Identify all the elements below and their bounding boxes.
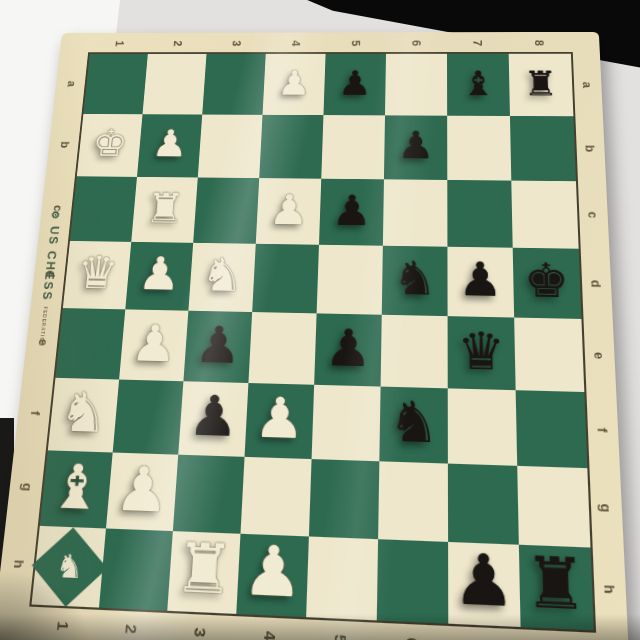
square-a2 — [143, 54, 207, 115]
square-f4: ♟ — [245, 383, 315, 459]
square-e3: ♟ — [183, 311, 252, 383]
white-pawn: ♟ — [129, 318, 179, 369]
square-f1: ♞ — [48, 378, 119, 453]
square-a6 — [385, 54, 447, 116]
white-queen: ♛ — [74, 250, 120, 296]
square-a3 — [202, 54, 266, 115]
square-g2: ♟ — [106, 453, 178, 532]
black-pawn: ♟ — [397, 127, 434, 165]
photo-corner-shadow — [0, 570, 90, 640]
square-c1 — [70, 176, 137, 242]
black-pawn: ♟ — [187, 388, 240, 445]
white-pawn: ♟ — [151, 126, 190, 163]
square-e1 — [55, 308, 125, 379]
square-c6 — [383, 179, 448, 246]
square-g5 — [309, 459, 379, 539]
square-d7: ♟ — [447, 247, 514, 318]
square-e6 — [381, 315, 448, 389]
white-rook: ♜ — [172, 534, 236, 605]
black-pawn: ♟ — [458, 256, 503, 303]
square-a7: ♝ — [447, 54, 510, 116]
square-h3: ♜ — [167, 531, 240, 614]
square-b8 — [510, 116, 576, 181]
square-g8 — [517, 466, 590, 548]
square-h4: ♟ — [236, 534, 309, 617]
square-b3 — [198, 115, 263, 179]
square-e2: ♟ — [119, 309, 188, 381]
square-f8 — [516, 390, 588, 468]
black-knight: ♞ — [388, 394, 440, 452]
white-pawn: ♟ — [268, 189, 310, 231]
white-king: ♚ — [90, 125, 129, 162]
square-c5: ♟ — [319, 179, 384, 246]
white-pawn: ♟ — [253, 390, 306, 447]
black-pawn: ♟ — [331, 189, 372, 231]
white-pawn: ♟ — [277, 66, 312, 100]
square-d4 — [252, 244, 319, 314]
square-c2: ♜ — [131, 177, 198, 243]
square-f3: ♟ — [178, 381, 248, 457]
black-king: ♚ — [524, 257, 570, 305]
square-b5 — [321, 115, 385, 179]
square-d2: ♟ — [125, 242, 193, 311]
square-e7: ♛ — [448, 316, 516, 390]
white-pawn: ♟ — [113, 457, 172, 520]
rank-labels-top: 12345678 — [90, 32, 571, 54]
black-rook: ♜ — [524, 548, 589, 622]
uschess-gear-icon: ⚙ — [50, 209, 62, 221]
square-g7 — [448, 464, 519, 545]
square-c7 — [447, 180, 512, 248]
square-b4 — [259, 115, 323, 179]
photo-scene: 12345678 12345678 abcdefgh abcdefgh ⚙ US… — [0, 0, 640, 640]
square-e4 — [248, 312, 316, 385]
white-bishop: ♝ — [47, 455, 106, 518]
black-pawn: ♟ — [193, 319, 242, 370]
white-knight: ♞ — [200, 252, 245, 298]
square-d8: ♚ — [513, 248, 582, 319]
square-c8 — [511, 181, 578, 249]
black-queen: ♛ — [457, 325, 506, 378]
square-c3 — [193, 177, 259, 243]
square-d3: ♞ — [188, 243, 255, 312]
square-g4 — [240, 457, 311, 537]
square-g3 — [173, 455, 245, 534]
square-d5 — [317, 245, 383, 315]
square-a4: ♟ — [263, 54, 326, 115]
black-rook: ♜ — [523, 66, 559, 100]
photo-bottom-shadow — [0, 614, 640, 640]
square-a8: ♜ — [509, 54, 574, 117]
square-b1: ♚ — [77, 114, 143, 177]
white-pawn: ♟ — [137, 251, 183, 297]
white-rook: ♜ — [144, 187, 186, 229]
square-a5: ♟ — [323, 54, 386, 116]
white-knight: ♞ — [57, 385, 111, 441]
uschess-wordmark-sub: FEDERATION — [39, 306, 49, 346]
white-pawn: ♟ — [241, 537, 304, 609]
square-f6: ♞ — [379, 387, 448, 464]
black-knight: ♞ — [393, 255, 437, 302]
square-e5: ♟ — [314, 313, 382, 386]
square-d6: ♞ — [382, 246, 448, 316]
square-b2: ♟ — [137, 114, 202, 177]
square-e8 — [514, 318, 584, 392]
square-b7 — [447, 116, 511, 181]
square-f7 — [448, 388, 517, 465]
black-pawn: ♟ — [338, 66, 372, 100]
black-pawn: ♟ — [453, 545, 516, 618]
square-c4: ♟ — [256, 178, 322, 245]
square-d1: ♛ — [63, 241, 131, 309]
square-b6: ♟ — [384, 115, 447, 180]
square-h5 — [306, 536, 378, 620]
chess-board: 12345678 12345678 abcdefgh abcdefgh ⚙ US… — [0, 32, 630, 640]
square-h6 — [377, 539, 448, 624]
square-g1: ♝ — [40, 450, 113, 528]
black-bishop: ♝ — [461, 66, 496, 100]
square-a1 — [83, 54, 147, 114]
square-h2 — [99, 528, 173, 610]
square-g6 — [378, 461, 448, 542]
square-f2 — [113, 380, 184, 455]
board-grid: ♟♟♝♜♚♟♟♜♟♟♛♟♞♞♟♚♟♟♟♛♞♟♟♞♝♟♞♜♟♟♜ — [31, 54, 593, 631]
square-f5 — [312, 385, 381, 462]
black-pawn: ♟ — [324, 322, 372, 374]
